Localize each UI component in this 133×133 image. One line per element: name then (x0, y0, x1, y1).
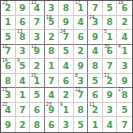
cell-r6c1[interactable]: 8 (1, 74, 16, 89)
cell-value: 2 (1, 2, 15, 15)
cell-value: 7 (88, 2, 102, 15)
cell-value: 1 (16, 89, 30, 102)
cell-r4c7[interactable]: 4 (88, 45, 103, 60)
cell-r9c4[interactable]: 6 (45, 117, 60, 132)
cell-r8c1[interactable]: 224 (1, 103, 16, 118)
cell-r4c3[interactable]: 129 (30, 45, 45, 60)
cell-r6c7[interactable]: 5 (88, 74, 103, 89)
cell-value: 9 (103, 89, 117, 102)
cell-r7c5[interactable]: 2 (59, 88, 74, 103)
cell-value: 3 (1, 89, 15, 102)
cell-r7c9[interactable]: 278 (117, 88, 132, 103)
cell-r2c5[interactable]: 9 (59, 16, 74, 31)
cell-r9c7[interactable]: 1 (88, 117, 103, 132)
cell-value: 1 (59, 104, 73, 117)
cell-r6c9[interactable]: 9 (117, 74, 132, 89)
cell-value: 8 (59, 2, 73, 15)
cell-r8c9[interactable]: 5 (117, 103, 132, 118)
cell-value: 1 (45, 60, 59, 73)
cell-value: 9 (59, 17, 73, 30)
cell-r1c8[interactable]: 5 (103, 1, 118, 16)
cell-r7c2[interactable]: 1 (16, 88, 31, 103)
cell-value: 6 (117, 2, 132, 15)
cell-value: 9 (117, 75, 132, 88)
cell-r5c6[interactable]: 9 (74, 59, 89, 74)
cell-value: 4 (74, 17, 88, 30)
cell-r9c3[interactable]: 8 (30, 117, 45, 132)
cell-r2c3[interactable]: 7 (30, 16, 45, 31)
cell-value: 6 (59, 75, 73, 88)
cell-r9c6[interactable]: 5 (74, 117, 89, 132)
cell-r4c2[interactable]: 3 (16, 45, 31, 60)
cell-value: 4 (117, 31, 132, 44)
cell-r6c2[interactable]: 4 (16, 74, 31, 89)
cell-r1c1[interactable]: 232 (1, 1, 16, 16)
cell-r1c6[interactable]: 171 (74, 1, 89, 16)
cell-r2c4[interactable]: 145 (45, 16, 60, 31)
cell-r2c1[interactable]: 1 (1, 16, 16, 31)
cell-value: 7 (16, 104, 30, 117)
cell-r8c6[interactable]: 8 (74, 103, 89, 118)
cell-value: 7 (30, 17, 44, 30)
cell-value: 3 (74, 75, 88, 88)
cell-r3c2[interactable]: 138 (16, 30, 31, 45)
cell-r3c3[interactable]: 3 (30, 30, 45, 45)
cell-value: 2 (74, 46, 88, 59)
cell-value: 9 (74, 60, 88, 73)
cell-r5c9[interactable]: 3 (117, 59, 132, 74)
cell-value: 6 (103, 46, 117, 59)
cell-r4c1[interactable]: 107 (1, 45, 16, 60)
cell-value: 3 (30, 31, 44, 44)
cell-r5c7[interactable]: 8 (88, 59, 103, 74)
cell-value: 5 (103, 2, 117, 15)
cell-r6c5[interactable]: 6 (59, 74, 74, 89)
cell-value: 7 (103, 60, 117, 73)
killer-sudoku-board: 2329224381717516616714594243825138322476… (0, 0, 133, 133)
cell-r3c8[interactable]: 51 (103, 30, 118, 45)
cell-value: 9 (45, 104, 59, 117)
cell-value: 8 (45, 46, 59, 59)
cell-r5c4[interactable]: 1 (45, 59, 60, 74)
cell-r1c7[interactable]: 7 (88, 1, 103, 16)
cell-r5c1[interactable]: 146 (1, 59, 16, 74)
cell-value: 8 (74, 104, 88, 117)
cell-value: 5 (74, 118, 88, 132)
cell-value: 1 (1, 17, 15, 30)
cell-r8c3[interactable]: 6 (30, 103, 45, 118)
cell-value: 4 (45, 89, 59, 102)
cell-value: 5 (59, 46, 73, 59)
cell-value: 7 (45, 75, 59, 88)
cell-r2c6[interactable]: 4 (74, 16, 89, 31)
cell-r3c5[interactable]: 247 (59, 30, 74, 45)
cell-value: 4 (103, 118, 117, 132)
cell-value: 1 (117, 46, 132, 59)
cell-value: 5 (88, 75, 102, 88)
cell-r2c7[interactable]: 243 (88, 16, 103, 31)
cell-r1c9[interactable]: 166 (117, 1, 132, 16)
cell-r2c8[interactable]: 8 (103, 16, 118, 31)
cell-r6c4[interactable]: 7 (45, 74, 60, 89)
cell-r1c3[interactable]: 224 (30, 1, 45, 16)
cell-value: 6 (30, 104, 44, 117)
cell-r5c2[interactable]: 95 (16, 59, 31, 74)
cell-r3c7[interactable]: 9 (88, 30, 103, 45)
cell-r1c5[interactable]: 8 (59, 1, 74, 16)
cell-value: 2 (59, 89, 73, 102)
cell-value: 3 (59, 118, 73, 132)
cell-value: 3 (103, 104, 117, 117)
cell-value: 3 (88, 17, 102, 30)
cell-r3c6[interactable]: 6 (74, 30, 89, 45)
cell-r6c8[interactable]: 112 (103, 74, 118, 89)
cell-r8c5[interactable]: 91 (59, 103, 74, 118)
cell-value: 1 (74, 2, 88, 15)
cell-value: 8 (117, 89, 132, 102)
cell-value: 2 (103, 75, 117, 88)
cell-value: 7 (117, 118, 132, 132)
cell-value: 3 (45, 2, 59, 15)
cell-r5c3[interactable]: 2 (30, 59, 45, 74)
cell-value: 4 (59, 60, 73, 73)
cell-r7c4[interactable]: 4 (45, 88, 60, 103)
cell-value: 1 (30, 75, 44, 88)
cell-value: 8 (16, 31, 30, 44)
cell-r4c5[interactable]: 5 (59, 45, 74, 60)
cell-r3c1[interactable]: 5 (1, 30, 16, 45)
cell-r9c1[interactable]: 9 (1, 117, 16, 132)
cell-value: 6 (16, 17, 30, 30)
cell-r9c8[interactable]: 4 (103, 117, 118, 132)
cell-r4c4[interactable]: 8 (45, 45, 60, 60)
cell-value: 5 (45, 17, 59, 30)
cell-value: 9 (16, 2, 30, 15)
cell-r8c2[interactable]: 7 (16, 103, 31, 118)
cell-r9c9[interactable]: 7 (117, 117, 132, 132)
cell-value: 9 (1, 118, 15, 132)
cell-value: 7 (59, 31, 73, 44)
cell-value: 6 (88, 89, 102, 102)
cell-r8c4[interactable]: 239 (45, 103, 60, 118)
cell-r3c4[interactable]: 2 (45, 30, 60, 45)
cell-value: 8 (88, 60, 102, 73)
cell-value: 1 (103, 31, 117, 44)
cell-value: 6 (74, 31, 88, 44)
cell-r1c4[interactable]: 3 (45, 1, 60, 16)
cell-value: 4 (16, 75, 30, 88)
cell-r6c6[interactable]: 83 (74, 74, 89, 89)
cell-value: 2 (117, 17, 132, 30)
cell-r1c2[interactable]: 9 (16, 1, 31, 16)
cell-value: 7 (74, 89, 88, 102)
cell-value: 4 (1, 104, 15, 117)
cell-value: 3 (16, 46, 30, 59)
cell-r7c8[interactable]: 9 (103, 88, 118, 103)
cell-value: 5 (30, 89, 44, 102)
cell-r2c9[interactable]: 2 (117, 16, 132, 31)
cell-r7c7[interactable]: 6 (88, 88, 103, 103)
cell-r9c5[interactable]: 3 (59, 117, 74, 132)
cell-r3c9[interactable]: 4 (117, 30, 132, 45)
cell-value: 5 (117, 104, 132, 117)
cell-r8c8[interactable]: 3 (103, 103, 118, 118)
cell-r6c3[interactable]: 201 (30, 74, 45, 89)
cell-value: 3 (117, 60, 132, 73)
cell-r7c3[interactable]: 5 (30, 88, 45, 103)
cell-value: 5 (16, 60, 30, 73)
cell-value: 1 (88, 118, 102, 132)
cell-r9c2[interactable]: 2 (16, 117, 31, 132)
cell-value: 6 (1, 60, 15, 73)
cell-value: 9 (30, 46, 44, 59)
cell-r5c5[interactable]: 4 (59, 59, 74, 74)
cell-r5c8[interactable]: 7 (103, 59, 118, 74)
cell-value: 2 (88, 104, 102, 117)
cell-r4c8[interactable]: 306 (103, 45, 118, 60)
cell-r8c7[interactable]: 112 (88, 103, 103, 118)
cell-value: 2 (16, 118, 30, 132)
cell-r4c9[interactable]: 41 (117, 45, 132, 60)
cell-value: 8 (103, 17, 117, 30)
cell-value: 8 (1, 75, 15, 88)
cell-r2c2[interactable]: 6 (16, 16, 31, 31)
cell-value: 4 (88, 46, 102, 59)
cell-r4c6[interactable]: 2 (74, 45, 89, 60)
cell-value: 7 (1, 46, 15, 59)
cell-r7c1[interactable]: 153 (1, 88, 16, 103)
cell-r7c6[interactable]: 227 (74, 88, 89, 103)
cell-value: 5 (1, 31, 15, 44)
cell-value: 4 (30, 2, 44, 15)
cell-value: 2 (30, 60, 44, 73)
cell-value: 2 (45, 31, 59, 44)
cell-value: 9 (88, 31, 102, 44)
cell-value: 8 (30, 118, 44, 132)
cell-value: 6 (45, 118, 59, 132)
